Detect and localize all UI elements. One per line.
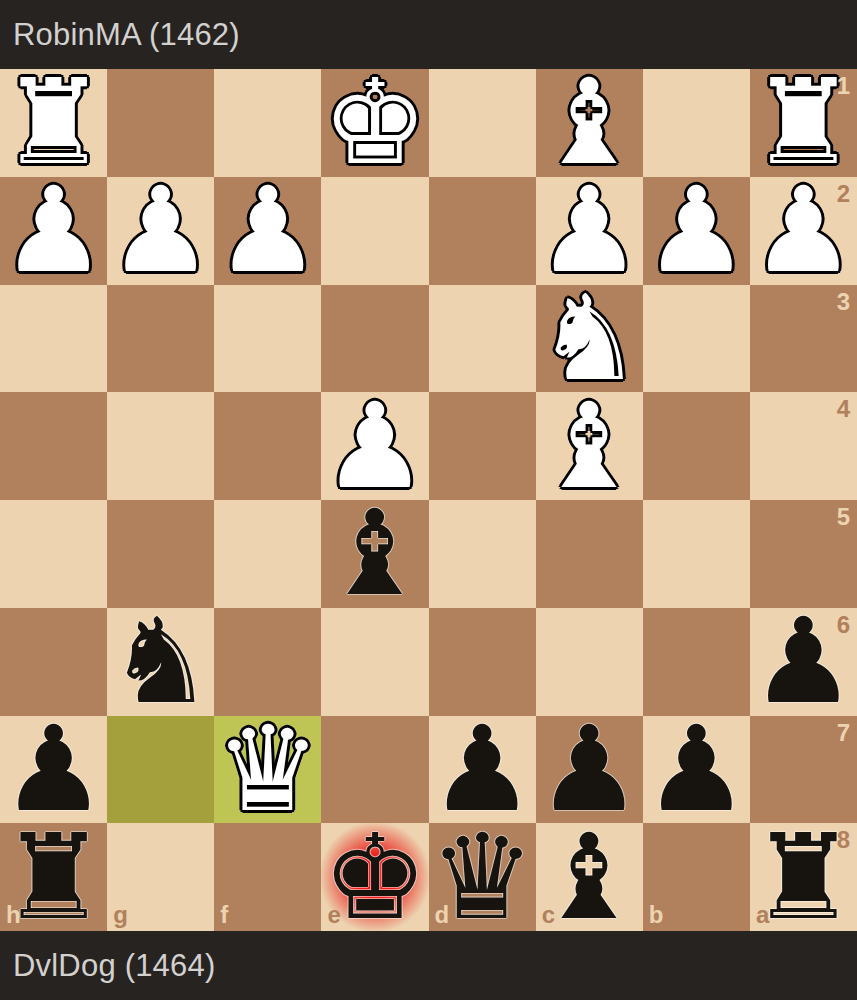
square-f7[interactable]: ♛ [214, 716, 321, 824]
square-a2[interactable]: ♟2 [750, 177, 857, 285]
square-d1[interactable] [429, 69, 536, 177]
piece-white-pawn[interactable]: ♟ [1, 177, 107, 284]
square-f2[interactable]: ♟ [214, 177, 321, 285]
piece-white-pawn[interactable]: ♟ [215, 177, 321, 284]
square-e6[interactable] [321, 608, 428, 716]
rank-label-6: 6 [837, 611, 850, 639]
file-label-f: f [220, 901, 228, 929]
rank-label-1: 1 [837, 72, 850, 100]
square-h4[interactable] [0, 392, 107, 500]
chess-app: RobinMA (1462) ♜♚♝♜1♟♟♟♟♟♟2♞3♟♝4♝5♞♟6♟♛♟… [0, 0, 857, 1000]
square-d5[interactable] [429, 500, 536, 608]
piece-black-pawn[interactable]: ♟ [643, 716, 749, 823]
square-b8[interactable]: b [643, 823, 750, 931]
square-e1[interactable]: ♚ [321, 69, 428, 177]
square-h3[interactable] [0, 285, 107, 393]
square-f3[interactable] [214, 285, 321, 393]
square-e2[interactable] [321, 177, 428, 285]
file-label-b: b [649, 901, 664, 929]
square-a6[interactable]: ♟6 [750, 608, 857, 716]
square-a8[interactable]: ♜a8 [750, 823, 857, 931]
piece-white-bishop[interactable]: ♝ [536, 393, 642, 500]
square-d2[interactable] [429, 177, 536, 285]
top-player-name: RobinMA (1462) [13, 17, 240, 53]
square-c5[interactable] [536, 500, 643, 608]
square-d3[interactable] [429, 285, 536, 393]
rank-label-3: 3 [837, 288, 850, 316]
square-b3[interactable] [643, 285, 750, 393]
rank-label-7: 7 [837, 719, 850, 747]
square-g2[interactable]: ♟ [107, 177, 214, 285]
square-f5[interactable] [214, 500, 321, 608]
piece-black-pawn[interactable]: ♟ [1, 716, 107, 823]
top-player-bar: RobinMA (1462) [0, 0, 857, 69]
file-label-h: h [6, 901, 21, 929]
square-a3[interactable]: 3 [750, 285, 857, 393]
square-e8[interactable]: ♚e [321, 823, 428, 931]
square-b5[interactable] [643, 500, 750, 608]
square-b7[interactable]: ♟ [643, 716, 750, 824]
square-h5[interactable] [0, 500, 107, 608]
piece-white-queen[interactable]: ♛ [215, 716, 321, 823]
square-f4[interactable] [214, 392, 321, 500]
piece-black-knight[interactable]: ♞ [108, 608, 214, 715]
square-b2[interactable]: ♟ [643, 177, 750, 285]
square-a4[interactable]: 4 [750, 392, 857, 500]
rank-label-4: 4 [837, 395, 850, 423]
piece-white-king[interactable]: ♚ [322, 69, 428, 176]
square-c8[interactable]: ♝c [536, 823, 643, 931]
rank-label-2: 2 [837, 180, 850, 208]
square-e5[interactable]: ♝ [321, 500, 428, 608]
square-c4[interactable]: ♝ [536, 392, 643, 500]
square-d8[interactable]: ♛d [429, 823, 536, 931]
square-g4[interactable] [107, 392, 214, 500]
bottom-player-name: DvlDog (1464) [13, 948, 215, 984]
square-f8[interactable]: f [214, 823, 321, 931]
square-b4[interactable] [643, 392, 750, 500]
rank-label-8: 8 [837, 826, 850, 854]
square-g7[interactable] [107, 716, 214, 824]
square-g3[interactable] [107, 285, 214, 393]
file-label-c: c [542, 901, 555, 929]
file-label-g: g [113, 901, 128, 929]
piece-black-bishop[interactable]: ♝ [322, 500, 428, 607]
square-d4[interactable] [429, 392, 536, 500]
file-label-a: a [756, 901, 769, 929]
piece-white-pawn[interactable]: ♟ [643, 177, 749, 284]
file-label-d: d [435, 901, 450, 929]
square-h2[interactable]: ♟ [0, 177, 107, 285]
file-label-e: e [327, 901, 340, 929]
piece-black-pawn[interactable]: ♟ [429, 716, 535, 823]
square-g6[interactable]: ♞ [107, 608, 214, 716]
square-g8[interactable]: g [107, 823, 214, 931]
piece-black-pawn[interactable]: ♟ [536, 716, 642, 823]
square-h8[interactable]: ♜h [0, 823, 107, 931]
piece-white-pawn[interactable]: ♟ [108, 177, 214, 284]
chess-board: ♜♚♝♜1♟♟♟♟♟♟2♞3♟♝4♝5♞♟6♟♛♟♟♟7♜hgf♚e♛d♝cb♜… [0, 69, 857, 931]
piece-white-knight[interactable]: ♞ [536, 285, 642, 392]
rank-label-5: 5 [837, 503, 850, 531]
